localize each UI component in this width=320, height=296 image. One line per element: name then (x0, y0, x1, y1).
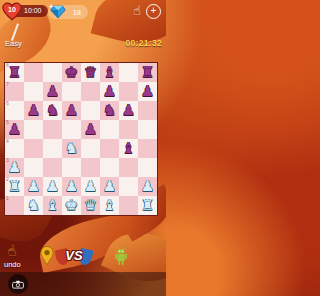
heart-icon[interactable]: 10 (2, 2, 22, 21)
square-h5[interactable] (138, 120, 157, 139)
purple-pawn-b6[interactable]: ♟ (27, 103, 40, 118)
square-f4[interactable] (100, 139, 119, 158)
rank-label: 8 (6, 63, 9, 68)
blue-bishop-f1[interactable]: ♝ (103, 198, 116, 213)
gems-pill[interactable]: + 18 (48, 5, 88, 19)
square-a7[interactable]: 7 (5, 82, 24, 101)
square-c1[interactable]: ♝ (43, 196, 62, 215)
square-d4[interactable]: ♞ (62, 139, 81, 158)
square-c8[interactable] (43, 63, 62, 82)
square-g6[interactable]: ♟ (119, 101, 138, 120)
square-e8[interactable]: ♛ (81, 63, 100, 82)
difficulty-label: Easy (5, 39, 22, 48)
purple-pawn-e5[interactable]: ♟ (84, 122, 97, 137)
square-b5[interactable] (24, 120, 43, 139)
blue-knight-d4[interactable]: ♞ (65, 141, 78, 156)
square-d7[interactable] (62, 82, 81, 101)
purple-bishop-f8[interactable]: ♝ (103, 65, 116, 80)
pointer-hand-icon: ☝ (5, 241, 18, 261)
blue-knight-b1[interactable]: ♞ (27, 198, 40, 213)
square-b2[interactable]: ♟ (24, 177, 43, 196)
square-b4[interactable] (24, 139, 43, 158)
blue-pawn-f2[interactable]: ♟ (103, 179, 116, 194)
square-d2[interactable]: ♟ (62, 177, 81, 196)
square-b6[interactable]: ♟ (24, 101, 43, 120)
square-b1[interactable]: ♞ (24, 196, 43, 215)
purple-king-d8[interactable]: ♚ (65, 65, 78, 80)
square-c7[interactable]: ♟ (43, 82, 62, 101)
gem-icon: + (50, 5, 66, 19)
purple-pawn-h7[interactable]: ♟ (141, 84, 154, 99)
square-a2[interactable]: 2♜ (5, 177, 24, 196)
game-timer: 00:21:32 (126, 38, 162, 48)
square-c5[interactable] (43, 120, 62, 139)
lives-count: 10 (2, 6, 22, 13)
square-h6[interactable] (138, 101, 157, 120)
chess-board[interactable]: 8♜♚♛♝♜7♟♟♟6♟♞♟♞♟5♟♟4♞♝3♟2♜♟♟♟♟♟♟1♞♝♚♛♝♜ (4, 62, 158, 216)
purple-pawn-c7[interactable]: ♟ (46, 84, 59, 99)
rank-label: 7 (6, 82, 9, 87)
square-f1[interactable]: ♝ (100, 196, 119, 215)
purple-knight-c6[interactable]: ♞ (46, 103, 59, 118)
purple-pawn-g6[interactable]: ♟ (122, 103, 135, 118)
rank-label: 6 (6, 101, 9, 106)
square-f2[interactable]: ♟ (100, 177, 119, 196)
square-a6[interactable]: 6 (5, 101, 24, 120)
square-h3[interactable] (138, 158, 157, 177)
blue-pawn-c2[interactable]: ♟ (46, 179, 59, 194)
vs-button[interactable]: VS (55, 244, 93, 270)
undo-button[interactable]: undo (4, 260, 21, 269)
square-g8[interactable] (119, 63, 138, 82)
purple-bishop-g4[interactable]: ♝ (122, 141, 135, 156)
rank-label: 3 (6, 158, 9, 163)
blue-queen-e1[interactable]: ♛ (84, 198, 97, 213)
hand-hint-button[interactable]: ☝ (133, 3, 141, 18)
blue-pawn-e2[interactable]: ♟ (84, 179, 97, 194)
square-a4[interactable]: 4 (5, 139, 24, 158)
rank-label: 5 (6, 120, 9, 125)
purple-pawn-a5[interactable]: ♟ (8, 122, 21, 137)
square-b7[interactable] (24, 82, 43, 101)
square-c3[interactable] (43, 158, 62, 177)
square-h2[interactable]: ♟ (138, 177, 157, 196)
purple-knight-f6[interactable]: ♞ (103, 103, 116, 118)
square-h8[interactable]: ♜ (138, 63, 157, 82)
square-b3[interactable] (24, 158, 43, 177)
square-e6[interactable] (81, 101, 100, 120)
square-d5[interactable] (62, 120, 81, 139)
square-c6[interactable]: ♞ (43, 101, 62, 120)
gems-count: 18 (73, 8, 81, 17)
square-h1[interactable]: ♜ (138, 196, 157, 215)
pin-icon[interactable] (40, 246, 54, 266)
square-a3[interactable]: 3♟ (5, 158, 24, 177)
purple-pawn-d6[interactable]: ♟ (65, 103, 78, 118)
blue-pawn-d2[interactable]: ♟ (65, 179, 78, 194)
camera-button[interactable] (8, 274, 28, 294)
square-e2[interactable]: ♟ (81, 177, 100, 196)
blue-pawn-h2[interactable]: ♟ (141, 179, 154, 194)
purple-queen-e8[interactable]: ♛ (84, 65, 97, 80)
square-b8[interactable] (24, 63, 43, 82)
rank-label: 4 (6, 139, 9, 144)
blue-pawn-b2[interactable]: ♟ (27, 179, 40, 194)
square-g7[interactable] (119, 82, 138, 101)
square-e3[interactable] (81, 158, 100, 177)
square-h7[interactable]: ♟ (138, 82, 157, 101)
blue-bishop-c1[interactable]: ♝ (46, 198, 59, 213)
square-d8[interactable]: ♚ (62, 63, 81, 82)
square-d3[interactable] (62, 158, 81, 177)
square-a5[interactable]: 5♟ (5, 120, 24, 139)
purple-rook-h8[interactable]: ♜ (141, 65, 154, 80)
square-e5[interactable]: ♟ (81, 120, 100, 139)
square-g5[interactable] (119, 120, 138, 139)
square-a8[interactable]: 8♜ (5, 63, 24, 82)
square-d6[interactable]: ♟ (62, 101, 81, 120)
square-c2[interactable]: ♟ (43, 177, 62, 196)
gem-plus-badge: + (49, 3, 53, 10)
add-plus-button[interactable]: + (146, 4, 161, 19)
lives-refill-timer: 10:00 (24, 7, 42, 14)
square-h4[interactable] (138, 139, 157, 158)
rank-label: 1 (6, 196, 9, 201)
square-f8[interactable]: ♝ (100, 63, 119, 82)
square-g3[interactable] (119, 158, 138, 177)
square-d1[interactable]: ♚ (62, 196, 81, 215)
purple-rook-a8[interactable]: ♜ (8, 65, 21, 80)
blue-king-d1[interactable]: ♚ (65, 198, 78, 213)
square-e1[interactable]: ♛ (81, 196, 100, 215)
square-e7[interactable] (81, 82, 100, 101)
square-e4[interactable] (81, 139, 100, 158)
blue-pawn-a3[interactable]: ♟ (8, 160, 21, 175)
camera-icon (12, 280, 24, 289)
square-f6[interactable]: ♞ (100, 101, 119, 120)
blue-rook-h1[interactable]: ♜ (141, 198, 154, 213)
square-f7[interactable]: ♟ (100, 82, 119, 101)
purple-pawn-f7[interactable]: ♟ (103, 84, 116, 99)
rank-label: 2 (6, 177, 9, 182)
square-g2[interactable] (119, 177, 138, 196)
square-g4[interactable]: ♝ (119, 139, 138, 158)
square-f5[interactable] (100, 120, 119, 139)
vs-label: VS (55, 248, 93, 263)
blue-rook-a2[interactable]: ♜ (8, 179, 21, 194)
square-g1[interactable] (119, 196, 138, 215)
square-c4[interactable] (43, 139, 62, 158)
square-f3[interactable] (100, 158, 119, 177)
square-a1[interactable]: 1 (5, 196, 24, 215)
android-robot-icon[interactable] (112, 246, 130, 266)
